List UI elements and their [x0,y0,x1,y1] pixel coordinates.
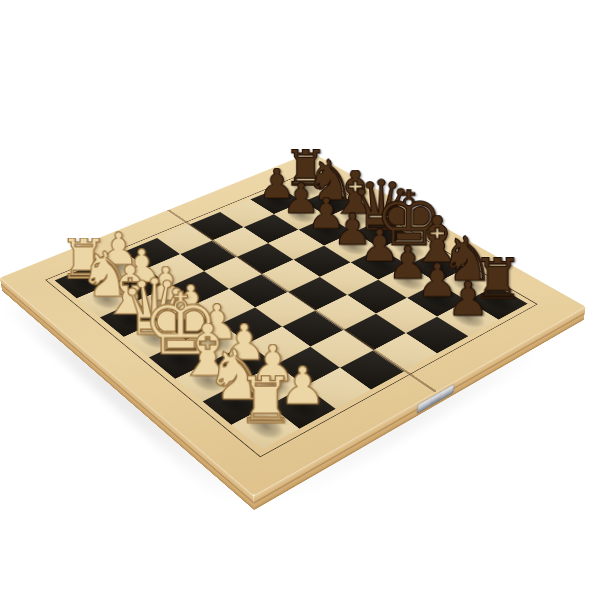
piece-black-pawn-h7: ♟ [406,280,530,318]
chess-board: ♜♞♝♛♚♝♞♜♟♟♟♟♟♟♟♟♟♟♟♟♟♟♟♟♜♞♝♛♚♝♞♜ [0,152,586,495]
chess-set-product-photo: ♜♞♝♛♚♝♞♜♟♟♟♟♟♟♟♟♟♟♟♟♟♟♟♟♜♞♝♛♚♝♞♜ [0,0,600,600]
piece-white-rook-h1: ♜ [196,375,334,427]
